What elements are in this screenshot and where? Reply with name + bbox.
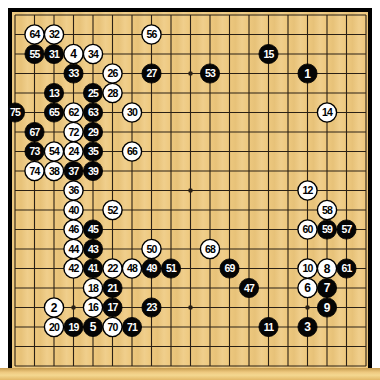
stone-number: 49 bbox=[146, 262, 157, 274]
stone-37: 37 bbox=[64, 161, 83, 180]
stone-number: 19 bbox=[68, 321, 79, 333]
stone-number: 52 bbox=[107, 204, 118, 216]
stone-number: 64 bbox=[29, 28, 40, 40]
stone-number: 30 bbox=[127, 106, 138, 118]
stone-number: 54 bbox=[49, 145, 60, 157]
stone-number: 44 bbox=[68, 243, 79, 255]
stone-9: 9 bbox=[317, 298, 336, 317]
stone-50: 50 bbox=[142, 239, 161, 258]
stone-30: 30 bbox=[122, 103, 141, 122]
stone-35: 35 bbox=[83, 142, 102, 161]
stone-number: 21 bbox=[107, 282, 118, 294]
stone-number: 58 bbox=[322, 204, 333, 216]
stone-number: 45 bbox=[88, 223, 99, 235]
stone-27: 27 bbox=[142, 64, 161, 83]
stone-53: 53 bbox=[200, 64, 219, 83]
stone-14: 14 bbox=[317, 103, 336, 122]
stone-45: 45 bbox=[83, 220, 102, 239]
stone-22: 22 bbox=[103, 259, 122, 278]
stone-8: 8 bbox=[317, 259, 336, 278]
stone-4: 4 bbox=[64, 44, 83, 63]
stone-59: 59 bbox=[317, 220, 336, 239]
stone-number: 15 bbox=[263, 48, 274, 60]
stone-number: 55 bbox=[29, 48, 40, 60]
stone-49: 49 bbox=[142, 259, 161, 278]
stone-18: 18 bbox=[83, 278, 102, 297]
stone-17: 17 bbox=[103, 298, 122, 317]
stone-number: 31 bbox=[49, 48, 60, 60]
stone-58: 58 bbox=[317, 200, 336, 219]
stone-39: 39 bbox=[83, 161, 102, 180]
stone-32: 32 bbox=[44, 25, 63, 44]
stone-15: 15 bbox=[259, 44, 278, 63]
stone-number: 51 bbox=[166, 262, 177, 274]
table-edge bbox=[0, 368, 380, 380]
stone-33: 33 bbox=[64, 64, 83, 83]
stone-number: 72 bbox=[68, 126, 79, 138]
stone-43: 43 bbox=[83, 239, 102, 258]
stone-number: 67 bbox=[29, 126, 40, 138]
stone-26: 26 bbox=[103, 64, 122, 83]
stone-number: 20 bbox=[49, 321, 60, 333]
stone-number: 63 bbox=[88, 106, 99, 118]
stone-7: 7 bbox=[317, 278, 336, 297]
stone-47: 47 bbox=[239, 278, 258, 297]
stone-number: 9 bbox=[324, 301, 331, 315]
stone-number: 41 bbox=[88, 262, 99, 274]
board-grid: 1234567891011121314151617181920212223242… bbox=[8, 8, 372, 372]
stone-51: 51 bbox=[161, 259, 180, 278]
stone-60: 60 bbox=[298, 220, 317, 239]
stone-number: 68 bbox=[205, 243, 216, 255]
stone-number: 10 bbox=[302, 262, 313, 274]
stone-number: 18 bbox=[88, 282, 99, 294]
stone-number: 1 bbox=[304, 67, 311, 81]
stone-number: 6 bbox=[304, 281, 311, 295]
stone-65: 65 bbox=[44, 103, 63, 122]
stone-55: 55 bbox=[25, 44, 44, 63]
stone-19: 19 bbox=[64, 317, 83, 336]
stone-48: 48 bbox=[122, 259, 141, 278]
stone-number: 75 bbox=[10, 106, 21, 118]
star-point bbox=[188, 71, 193, 76]
stone-1: 1 bbox=[298, 64, 317, 83]
stone-number: 37 bbox=[68, 165, 79, 177]
stone-number: 47 bbox=[244, 282, 255, 294]
star-point bbox=[305, 305, 310, 310]
stone-66: 66 bbox=[122, 142, 141, 161]
stone-16: 16 bbox=[83, 298, 102, 317]
stone-5: 5 bbox=[83, 317, 102, 336]
stone-63: 63 bbox=[83, 103, 102, 122]
stone-number: 42 bbox=[68, 262, 79, 274]
stone-number: 39 bbox=[88, 165, 99, 177]
stone-64: 64 bbox=[25, 25, 44, 44]
stone-number: 61 bbox=[341, 262, 352, 274]
stone-number: 70 bbox=[107, 321, 118, 333]
stone-57: 57 bbox=[337, 220, 356, 239]
stone-number: 57 bbox=[341, 223, 352, 235]
stone-number: 14 bbox=[322, 106, 333, 118]
stone-number: 56 bbox=[146, 28, 157, 40]
stone-number: 24 bbox=[68, 145, 79, 157]
stone-23: 23 bbox=[142, 298, 161, 317]
stone-11: 11 bbox=[259, 317, 278, 336]
stone-12: 12 bbox=[298, 181, 317, 200]
stone-number: 35 bbox=[88, 145, 99, 157]
stone-25: 25 bbox=[83, 83, 102, 102]
star-point bbox=[188, 188, 193, 193]
stone-20: 20 bbox=[44, 317, 63, 336]
stone-10: 10 bbox=[298, 259, 317, 278]
stone-number: 2 bbox=[51, 301, 58, 315]
stone-number: 7 bbox=[324, 281, 331, 295]
stone-62: 62 bbox=[64, 103, 83, 122]
stone-40: 40 bbox=[64, 200, 83, 219]
stone-56: 56 bbox=[142, 25, 161, 44]
stone-75: 75 bbox=[8, 103, 25, 122]
stone-67: 67 bbox=[25, 122, 44, 141]
stone-number: 73 bbox=[29, 145, 40, 157]
stone-number: 71 bbox=[127, 321, 138, 333]
stone-number: 11 bbox=[264, 321, 274, 333]
stone-number: 17 bbox=[107, 301, 118, 313]
stone-number: 74 bbox=[29, 165, 40, 177]
stone-28: 28 bbox=[103, 83, 122, 102]
stone-number: 8 bbox=[324, 262, 331, 276]
stone-number: 60 bbox=[302, 223, 313, 235]
stone-42: 42 bbox=[64, 259, 83, 278]
stone-number: 65 bbox=[49, 106, 60, 118]
stone-54: 54 bbox=[44, 142, 63, 161]
stone-6: 6 bbox=[298, 278, 317, 297]
go-diagram: 1234567891011121314151617181920212223242… bbox=[0, 0, 380, 380]
stone-number: 53 bbox=[205, 67, 216, 79]
stone-74: 74 bbox=[25, 161, 44, 180]
stone-number: 22 bbox=[107, 262, 118, 274]
star-point bbox=[71, 305, 76, 310]
stone-number: 38 bbox=[49, 165, 60, 177]
stone-number: 5 bbox=[90, 320, 97, 334]
stone-number: 62 bbox=[68, 106, 79, 118]
stone-number: 29 bbox=[88, 126, 99, 138]
stone-13: 13 bbox=[44, 83, 63, 102]
star-point bbox=[188, 305, 193, 310]
stone-41: 41 bbox=[83, 259, 102, 278]
stone-72: 72 bbox=[64, 122, 83, 141]
stone-number: 25 bbox=[88, 87, 99, 99]
stone-38: 38 bbox=[44, 161, 63, 180]
stone-61: 61 bbox=[337, 259, 356, 278]
stone-34: 34 bbox=[83, 44, 102, 63]
stone-46: 46 bbox=[64, 220, 83, 239]
stone-36: 36 bbox=[64, 181, 83, 200]
stone-52: 52 bbox=[103, 200, 122, 219]
stone-number: 13 bbox=[49, 87, 60, 99]
stone-number: 27 bbox=[146, 67, 157, 79]
stone-71: 71 bbox=[122, 317, 141, 336]
stone-number: 26 bbox=[107, 67, 118, 79]
stone-number: 3 bbox=[304, 320, 311, 334]
stone-number: 46 bbox=[68, 223, 79, 235]
stone-number: 23 bbox=[146, 301, 157, 313]
stone-number: 32 bbox=[49, 28, 60, 40]
stone-69: 69 bbox=[220, 259, 239, 278]
stone-number: 40 bbox=[68, 204, 79, 216]
stone-68: 68 bbox=[200, 239, 219, 258]
stone-3: 3 bbox=[298, 317, 317, 336]
stone-number: 36 bbox=[68, 184, 79, 196]
stone-number: 12 bbox=[302, 184, 313, 196]
stone-number: 59 bbox=[322, 223, 333, 235]
stone-70: 70 bbox=[103, 317, 122, 336]
stone-number: 28 bbox=[107, 87, 118, 99]
stone-number: 33 bbox=[68, 67, 79, 79]
stone-2: 2 bbox=[44, 298, 63, 317]
stone-number: 48 bbox=[127, 262, 138, 274]
stone-29: 29 bbox=[83, 122, 102, 141]
stone-number: 4 bbox=[70, 47, 77, 61]
stone-24: 24 bbox=[64, 142, 83, 161]
go-board[interactable]: 1234567891011121314151617181920212223242… bbox=[8, 8, 372, 372]
stone-44: 44 bbox=[64, 239, 83, 258]
stone-number: 16 bbox=[88, 301, 99, 313]
stone-21: 21 bbox=[103, 278, 122, 297]
stone-number: 69 bbox=[224, 262, 235, 274]
stone-number: 34 bbox=[88, 48, 99, 60]
stone-number: 66 bbox=[127, 145, 138, 157]
stone-number: 43 bbox=[88, 243, 99, 255]
stone-31: 31 bbox=[44, 44, 63, 63]
stone-number: 50 bbox=[146, 243, 157, 255]
stone-73: 73 bbox=[25, 142, 44, 161]
